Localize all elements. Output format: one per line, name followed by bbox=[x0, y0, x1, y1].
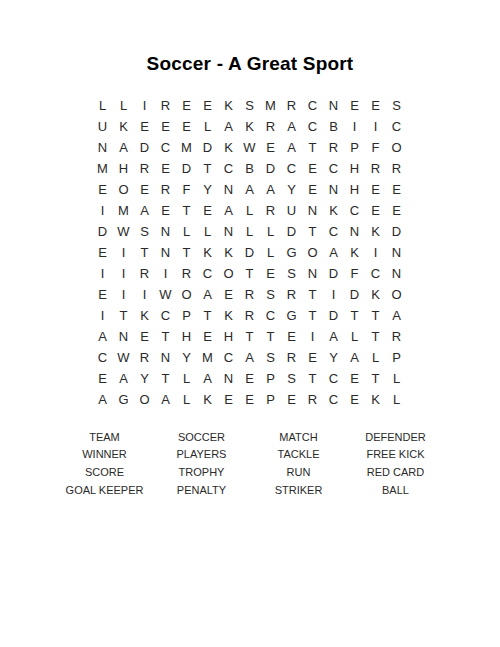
grid-cell: D bbox=[134, 137, 155, 158]
grid-cell: E bbox=[302, 347, 323, 368]
grid-cell: R bbox=[239, 284, 260, 305]
grid-cell: E bbox=[155, 116, 176, 137]
puzzle-page: Soccer - A Great Sport LLIREEKSMRCNEESUK… bbox=[0, 0, 500, 647]
grid-cell: P bbox=[386, 347, 407, 368]
grid-cell: R bbox=[386, 326, 407, 347]
grid-cell: N bbox=[323, 179, 344, 200]
grid-cell: T bbox=[260, 326, 281, 347]
grid-cell: Y bbox=[281, 179, 302, 200]
grid-cell: E bbox=[134, 116, 155, 137]
grid-cell: L bbox=[386, 368, 407, 389]
grid-cell: N bbox=[218, 221, 239, 242]
puzzle-title: Soccer - A Great Sport bbox=[0, 53, 500, 75]
grid-cell: E bbox=[176, 116, 197, 137]
grid-cell: O bbox=[218, 263, 239, 284]
grid-cell: C bbox=[344, 200, 365, 221]
grid-cell: S bbox=[134, 221, 155, 242]
grid-cell: A bbox=[197, 368, 218, 389]
grid-cell: H bbox=[218, 326, 239, 347]
grid-cell: O bbox=[176, 284, 197, 305]
grid-cell: N bbox=[302, 263, 323, 284]
grid-cell: A bbox=[92, 326, 113, 347]
grid-cell: K bbox=[239, 116, 260, 137]
grid-cell: A bbox=[281, 137, 302, 158]
word-list: TEAMSOCCERMATCHDEFENDERWINNERPLAYERSTACK… bbox=[56, 428, 444, 498]
grid-cell: C bbox=[365, 263, 386, 284]
grid-cell: L bbox=[239, 200, 260, 221]
grid-cell: M bbox=[260, 95, 281, 116]
grid-cell: R bbox=[281, 284, 302, 305]
word-list-item: MATCH bbox=[250, 428, 347, 446]
grid-cell: S bbox=[239, 95, 260, 116]
grid-cell: T bbox=[239, 326, 260, 347]
grid-cell: H bbox=[344, 179, 365, 200]
grid-cell: C bbox=[197, 263, 218, 284]
grid-cell: T bbox=[302, 368, 323, 389]
grid-cell: R bbox=[281, 95, 302, 116]
grid-cell: G bbox=[281, 242, 302, 263]
grid-cell: F bbox=[365, 137, 386, 158]
grid-cell: D bbox=[323, 305, 344, 326]
grid-cell: I bbox=[92, 200, 113, 221]
grid-cell: I bbox=[113, 284, 134, 305]
grid-cell: L bbox=[197, 116, 218, 137]
word-list-item: RUN bbox=[250, 463, 347, 481]
grid-cell: I bbox=[155, 263, 176, 284]
grid-cell: I bbox=[113, 263, 134, 284]
grid-cell: O bbox=[302, 242, 323, 263]
grid-cell: K bbox=[113, 116, 134, 137]
grid-cell: W bbox=[113, 347, 134, 368]
grid-cell: K bbox=[197, 242, 218, 263]
grid-cell: E bbox=[155, 158, 176, 179]
grid-cell: T bbox=[176, 200, 197, 221]
grid-cell: L bbox=[176, 368, 197, 389]
grid-cell: A bbox=[113, 368, 134, 389]
grid-cell: E bbox=[155, 200, 176, 221]
word-list-item: DEFENDER bbox=[347, 428, 444, 446]
grid-cell: E bbox=[239, 368, 260, 389]
word-list-item: TROPHY bbox=[153, 463, 250, 481]
grid-cell: N bbox=[344, 221, 365, 242]
word-list-item: SCORE bbox=[56, 463, 153, 481]
grid-cell: P bbox=[260, 389, 281, 410]
grid-cell: R bbox=[176, 263, 197, 284]
grid-cell: F bbox=[344, 263, 365, 284]
grid-cell: E bbox=[197, 326, 218, 347]
grid-cell: K bbox=[365, 284, 386, 305]
grid-cell: K bbox=[134, 305, 155, 326]
grid-cell: T bbox=[302, 305, 323, 326]
grid-cell: T bbox=[344, 305, 365, 326]
grid-cell: E bbox=[344, 95, 365, 116]
grid-cell: M bbox=[92, 158, 113, 179]
grid-cell: T bbox=[365, 305, 386, 326]
grid-cell: E bbox=[197, 200, 218, 221]
grid-cell: E bbox=[386, 179, 407, 200]
grid-cell: K bbox=[218, 242, 239, 263]
grid-cell: T bbox=[302, 137, 323, 158]
grid-cell: D bbox=[323, 263, 344, 284]
grid-cell: T bbox=[365, 368, 386, 389]
grid-cell: A bbox=[113, 137, 134, 158]
grid-cell: T bbox=[197, 158, 218, 179]
grid-cell: E bbox=[365, 200, 386, 221]
grid-cell: R bbox=[155, 179, 176, 200]
grid-cell: R bbox=[260, 200, 281, 221]
grid-cell: A bbox=[239, 347, 260, 368]
grid-cell: E bbox=[344, 389, 365, 410]
grid-cell: E bbox=[134, 179, 155, 200]
grid-cell: B bbox=[239, 158, 260, 179]
grid-cell: D bbox=[260, 158, 281, 179]
grid-cell: C bbox=[323, 158, 344, 179]
grid-cell: L bbox=[344, 326, 365, 347]
word-list-item: TACKLE bbox=[250, 446, 347, 464]
grid-cell: I bbox=[134, 95, 155, 116]
grid-cell: U bbox=[92, 116, 113, 137]
grid-cell: C bbox=[302, 95, 323, 116]
grid-cell: T bbox=[365, 326, 386, 347]
grid-cell: N bbox=[113, 326, 134, 347]
grid-cell: K bbox=[365, 221, 386, 242]
grid-cell: R bbox=[260, 116, 281, 137]
grid-cell: L bbox=[176, 389, 197, 410]
grid-cell: Y bbox=[176, 347, 197, 368]
grid-cell: W bbox=[155, 284, 176, 305]
grid-cell: S bbox=[260, 284, 281, 305]
grid-cell: N bbox=[92, 137, 113, 158]
word-list-item: BALL bbox=[347, 481, 444, 499]
grid-cell: L bbox=[260, 242, 281, 263]
grid-cell: R bbox=[155, 95, 176, 116]
grid-cell: G bbox=[113, 389, 134, 410]
grid-cell: E bbox=[386, 200, 407, 221]
grid-cell: L bbox=[365, 347, 386, 368]
grid-cell: L bbox=[386, 389, 407, 410]
grid-cell: I bbox=[365, 242, 386, 263]
grid-cell: N bbox=[302, 200, 323, 221]
grid-cell: O bbox=[113, 179, 134, 200]
grid-cell: A bbox=[92, 389, 113, 410]
grid-cell: C bbox=[260, 305, 281, 326]
grid-cell: C bbox=[386, 116, 407, 137]
grid-cell: H bbox=[344, 158, 365, 179]
grid-cell: T bbox=[113, 305, 134, 326]
grid-cell: E bbox=[197, 95, 218, 116]
grid-cell: N bbox=[218, 368, 239, 389]
grid-cell: E bbox=[260, 137, 281, 158]
grid-cell: E bbox=[176, 95, 197, 116]
grid-cell: O bbox=[386, 137, 407, 158]
grid-cell: T bbox=[176, 242, 197, 263]
grid-cell: H bbox=[176, 326, 197, 347]
grid-cell: N bbox=[386, 263, 407, 284]
grid-cell: E bbox=[134, 326, 155, 347]
grid-cell: E bbox=[302, 179, 323, 200]
grid-cell: S bbox=[281, 368, 302, 389]
grid-cell: Y bbox=[134, 368, 155, 389]
grid-cell: T bbox=[239, 263, 260, 284]
grid-cell: K bbox=[197, 389, 218, 410]
grid-cell: R bbox=[281, 347, 302, 368]
grid-cell: C bbox=[155, 137, 176, 158]
grid-cell: T bbox=[302, 221, 323, 242]
grid-cell: A bbox=[323, 326, 344, 347]
grid-cell: D bbox=[176, 158, 197, 179]
grid-cell: T bbox=[155, 368, 176, 389]
grid-cell: P bbox=[260, 368, 281, 389]
grid-cell: I bbox=[323, 284, 344, 305]
grid-cell: P bbox=[176, 305, 197, 326]
grid-cell: C bbox=[155, 305, 176, 326]
grid-cell: O bbox=[386, 284, 407, 305]
grid-cell: T bbox=[302, 284, 323, 305]
grid-cell: N bbox=[386, 242, 407, 263]
grid-cell: K bbox=[323, 200, 344, 221]
grid-cell: N bbox=[155, 221, 176, 242]
grid-cell: A bbox=[323, 242, 344, 263]
grid-cell: E bbox=[239, 389, 260, 410]
grid-cell: C bbox=[302, 116, 323, 137]
grid-cell: E bbox=[344, 368, 365, 389]
word-list-item: TEAM bbox=[56, 428, 153, 446]
grid-cell: R bbox=[386, 158, 407, 179]
grid-cell: O bbox=[134, 389, 155, 410]
grid-cell: W bbox=[239, 137, 260, 158]
grid-cell: E bbox=[302, 158, 323, 179]
grid-cell: W bbox=[113, 221, 134, 242]
grid-cell: E bbox=[218, 389, 239, 410]
grid-cell: E bbox=[365, 179, 386, 200]
grid-cell: R bbox=[239, 305, 260, 326]
grid-cell: E bbox=[92, 242, 113, 263]
grid-cell: N bbox=[323, 95, 344, 116]
grid-cell: K bbox=[218, 95, 239, 116]
grid-cell: D bbox=[197, 137, 218, 158]
grid-cell: E bbox=[218, 284, 239, 305]
grid-cell: E bbox=[92, 179, 113, 200]
grid-cell: T bbox=[134, 242, 155, 263]
grid-cell: E bbox=[365, 95, 386, 116]
grid-cell: E bbox=[92, 368, 113, 389]
grid-cell: C bbox=[323, 389, 344, 410]
grid-cell: U bbox=[281, 200, 302, 221]
grid-cell: D bbox=[344, 284, 365, 305]
grid-cell: R bbox=[323, 137, 344, 158]
grid-cell: A bbox=[239, 179, 260, 200]
grid-cell: K bbox=[218, 305, 239, 326]
grid-cell: C bbox=[323, 221, 344, 242]
grid-cell: K bbox=[344, 242, 365, 263]
word-list-item: PLAYERS bbox=[153, 446, 250, 464]
grid-cell: C bbox=[323, 368, 344, 389]
grid-cell: S bbox=[386, 95, 407, 116]
grid-cell: A bbox=[218, 116, 239, 137]
grid-cell: I bbox=[344, 116, 365, 137]
grid-cell: P bbox=[344, 137, 365, 158]
grid-cell: I bbox=[113, 242, 134, 263]
grid-cell: R bbox=[365, 158, 386, 179]
grid-cell: G bbox=[281, 305, 302, 326]
grid-cell: D bbox=[281, 221, 302, 242]
letter-grid: LLIREEKSMRCNEESUKEEELAKRACBIICNADCMDKWEA… bbox=[92, 95, 407, 410]
word-list-item: SOCCER bbox=[153, 428, 250, 446]
grid-cell: E bbox=[260, 263, 281, 284]
grid-cell: R bbox=[134, 347, 155, 368]
grid-cell: A bbox=[218, 200, 239, 221]
word-list-item: PENALTY bbox=[153, 481, 250, 499]
grid-cell: I bbox=[92, 263, 113, 284]
grid-cell: L bbox=[260, 221, 281, 242]
grid-cell: T bbox=[155, 326, 176, 347]
grid-cell: L bbox=[92, 95, 113, 116]
grid-cell: L bbox=[176, 221, 197, 242]
grid-cell: K bbox=[365, 389, 386, 410]
grid-cell: I bbox=[365, 116, 386, 137]
word-list-item: WINNER bbox=[56, 446, 153, 464]
grid-cell: B bbox=[323, 116, 344, 137]
grid-cell: C bbox=[92, 347, 113, 368]
word-list-item: GOAL KEEPER bbox=[56, 481, 153, 499]
grid-cell: R bbox=[134, 158, 155, 179]
grid-cell: A bbox=[134, 200, 155, 221]
grid-cell: M bbox=[113, 200, 134, 221]
grid-cell: C bbox=[281, 158, 302, 179]
grid-cell: S bbox=[260, 347, 281, 368]
grid-cell: L bbox=[239, 221, 260, 242]
grid-cell: E bbox=[281, 389, 302, 410]
grid-cell: K bbox=[218, 137, 239, 158]
word-list-item: STRIKER bbox=[250, 481, 347, 499]
grid-cell: A bbox=[386, 305, 407, 326]
grid-cell: A bbox=[260, 179, 281, 200]
grid-cell: A bbox=[281, 116, 302, 137]
grid-cell: E bbox=[281, 326, 302, 347]
grid-cell: R bbox=[302, 389, 323, 410]
grid-cell: L bbox=[197, 221, 218, 242]
grid-cell: T bbox=[197, 305, 218, 326]
grid-cell: I bbox=[134, 284, 155, 305]
grid-cell: D bbox=[239, 242, 260, 263]
word-list-item: FREE KICK bbox=[347, 446, 444, 464]
grid-cell: C bbox=[218, 158, 239, 179]
grid-cell: A bbox=[344, 347, 365, 368]
grid-cell: H bbox=[113, 158, 134, 179]
grid-cell: N bbox=[155, 347, 176, 368]
grid-cell: Y bbox=[197, 179, 218, 200]
grid-cell: L bbox=[113, 95, 134, 116]
grid-cell: M bbox=[197, 347, 218, 368]
grid-cell: D bbox=[92, 221, 113, 242]
grid-cell: F bbox=[176, 179, 197, 200]
grid-cell: E bbox=[92, 284, 113, 305]
grid-cell: C bbox=[218, 347, 239, 368]
grid-cell: R bbox=[134, 263, 155, 284]
grid-cell: N bbox=[155, 242, 176, 263]
grid-cell: Y bbox=[323, 347, 344, 368]
grid-cell: D bbox=[386, 221, 407, 242]
grid-cell: M bbox=[176, 137, 197, 158]
grid-cell: N bbox=[218, 179, 239, 200]
grid-cell: A bbox=[155, 389, 176, 410]
grid-cell: I bbox=[302, 326, 323, 347]
grid-cell: S bbox=[281, 263, 302, 284]
grid-cell: A bbox=[197, 284, 218, 305]
grid-cell: I bbox=[92, 305, 113, 326]
word-list-item: RED CARD bbox=[347, 463, 444, 481]
